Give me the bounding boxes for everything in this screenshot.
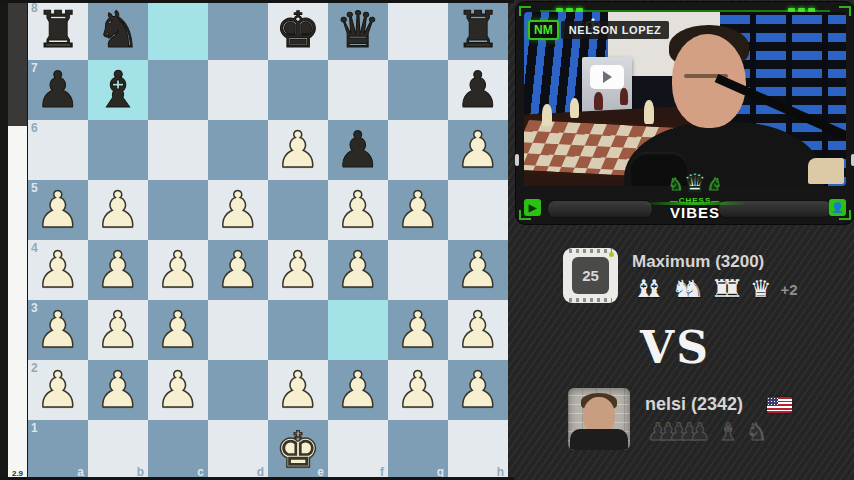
physical-piece bbox=[594, 92, 603, 110]
captured-queen-icon: ♛ bbox=[750, 276, 772, 302]
square-d7[interactable] bbox=[208, 60, 268, 120]
square-a5[interactable]: ♟5 bbox=[28, 180, 88, 240]
captured-knight-icon: ♞ bbox=[683, 276, 705, 302]
square-e6[interactable]: ♟ bbox=[268, 120, 328, 180]
white-pawn: ♟ bbox=[336, 180, 381, 240]
black-rook: ♜ bbox=[456, 0, 501, 60]
frame-side-tick bbox=[515, 154, 519, 166]
white-pawn: ♟ bbox=[396, 180, 441, 240]
us-flag-icon bbox=[767, 397, 792, 413]
square-g2[interactable]: ♟ bbox=[388, 360, 448, 420]
physical-piece bbox=[620, 88, 628, 105]
square-e4[interactable]: ♟ bbox=[268, 240, 328, 300]
square-e7[interactable] bbox=[268, 60, 328, 120]
frame-bottom-bar: ▶ 👤 ♞♛♞ —CHESS— VIBES bbox=[516, 198, 854, 218]
white-pawn: ♟ bbox=[36, 240, 81, 300]
square-c4[interactable]: ♟ bbox=[148, 240, 208, 300]
bottom-bar-left bbox=[547, 200, 653, 218]
square-b5[interactable]: ♟ bbox=[88, 180, 148, 240]
rank-label-6: 6 bbox=[31, 121, 38, 135]
black-bishop: ♝ bbox=[96, 60, 141, 120]
square-d1[interactable]: d bbox=[208, 420, 268, 480]
square-e1[interactable]: ♚e bbox=[268, 420, 328, 480]
square-h5[interactable] bbox=[448, 180, 508, 240]
square-g8[interactable] bbox=[388, 0, 448, 60]
white-pawn: ♟ bbox=[456, 360, 501, 420]
square-c7[interactable] bbox=[148, 60, 208, 120]
square-h3[interactable]: ♟ bbox=[448, 300, 508, 360]
engine-avatar-label: 25 bbox=[572, 257, 609, 294]
square-c2[interactable]: ♟ bbox=[148, 360, 208, 420]
knight-icon: ♞ bbox=[707, 176, 722, 193]
white-pawn: ♟ bbox=[276, 240, 321, 300]
white-pawn: ♟ bbox=[36, 300, 81, 360]
material-advantage: +2 bbox=[781, 281, 798, 298]
square-b3[interactable]: ♟ bbox=[88, 300, 148, 360]
engine-avatar[interactable]: 25 bbox=[563, 248, 618, 303]
black-king: ♚ bbox=[276, 0, 321, 60]
square-b6[interactable] bbox=[88, 120, 148, 180]
black-pawn: ♟ bbox=[336, 120, 381, 180]
black-rook: ♜ bbox=[36, 0, 81, 60]
bottom-player-name: nelsi (2342) bbox=[645, 394, 743, 415]
white-pawn: ♟ bbox=[216, 180, 261, 240]
square-c6[interactable] bbox=[148, 120, 208, 180]
square-f4[interactable]: ♟ bbox=[328, 240, 388, 300]
square-g1[interactable]: g bbox=[388, 420, 448, 480]
square-b8[interactable]: ♞ bbox=[88, 0, 148, 60]
white-pawn: ♟ bbox=[96, 180, 141, 240]
square-c5[interactable] bbox=[148, 180, 208, 240]
square-f5[interactable]: ♟ bbox=[328, 180, 388, 240]
avatar-shirt bbox=[570, 429, 628, 450]
square-a1[interactable]: 1a bbox=[28, 420, 88, 480]
square-e8[interactable]: ♚ bbox=[268, 0, 328, 60]
captured-rook-icon: ♜ bbox=[722, 276, 744, 302]
bottom-captured-pieces: ♟♟♟♟♟♝♞ bbox=[647, 418, 768, 446]
white-pawn: ♟ bbox=[96, 240, 141, 300]
square-g6[interactable] bbox=[388, 120, 448, 180]
chess-vibes-logo: ♞♛♞ —CHESS— VIBES bbox=[657, 170, 733, 221]
top-captured-pieces: ♝♝♞♞♜♜♛+2 bbox=[633, 276, 798, 302]
streamer-name: NELSON LOPEZ bbox=[561, 21, 670, 39]
square-h6[interactable]: ♟ bbox=[448, 120, 508, 180]
square-b4[interactable]: ♟ bbox=[88, 240, 148, 300]
armrest bbox=[808, 158, 844, 184]
square-e2[interactable]: ♟ bbox=[268, 360, 328, 420]
square-b7[interactable]: ♝ bbox=[88, 60, 148, 120]
youtube-play-icon bbox=[590, 65, 624, 89]
bottom-player-avatar[interactable] bbox=[568, 388, 630, 450]
square-f8[interactable]: ♛ bbox=[328, 0, 388, 60]
square-h4[interactable]: ♟ bbox=[448, 240, 508, 300]
app-window: 2.9 ♜8♞♚♛♜♟7♝♟6♟♟♟♟5♟♟♟♟♟4♟♟♟♟♟♟♟3♟♟♟♟♟2… bbox=[0, 0, 854, 480]
evaluation-bar-white-section: 2.9 bbox=[8, 126, 27, 480]
person-icon: 👤 bbox=[829, 199, 846, 216]
white-pawn: ♟ bbox=[156, 300, 201, 360]
physical-piece bbox=[542, 104, 552, 126]
rank-label-4: 4 bbox=[31, 241, 38, 255]
evaluation-bar: 2.9 bbox=[8, 0, 27, 480]
square-a4[interactable]: ♟4 bbox=[28, 240, 88, 300]
square-h8[interactable]: ♜ bbox=[448, 0, 508, 60]
captured-bishop-icon: ♝ bbox=[718, 418, 740, 446]
chip-pins bbox=[569, 298, 612, 302]
vs-label: VS bbox=[600, 322, 750, 373]
black-knight: ♞ bbox=[96, 0, 141, 60]
white-pawn: ♟ bbox=[456, 240, 501, 300]
white-pawn: ♟ bbox=[396, 360, 441, 420]
square-f6[interactable]: ♟ bbox=[328, 120, 388, 180]
chess-board[interactable]: ♜8♞♚♛♜♟7♝♟6♟♟♟♟5♟♟♟♟♟4♟♟♟♟♟♟♟3♟♟♟♟♟2♟♟♟♟… bbox=[28, 0, 508, 480]
rank-label-1: 1 bbox=[31, 421, 38, 435]
white-pawn: ♟ bbox=[36, 360, 81, 420]
window-top-edge bbox=[0, 0, 514, 3]
square-b1[interactable]: b bbox=[88, 420, 148, 480]
square-d3[interactable] bbox=[208, 300, 268, 360]
square-a6[interactable]: 6 bbox=[28, 120, 88, 180]
physical-piece bbox=[644, 100, 654, 124]
square-h1[interactable]: h bbox=[448, 420, 508, 480]
square-h2[interactable]: ♟ bbox=[448, 360, 508, 420]
white-king: ♚ bbox=[276, 420, 321, 480]
square-g4[interactable] bbox=[388, 240, 448, 300]
rank-label-2: 2 bbox=[31, 361, 38, 375]
top-player-name: Maximum (3200) bbox=[632, 252, 764, 272]
square-a7[interactable]: ♟7 bbox=[28, 60, 88, 120]
white-pawn: ♟ bbox=[336, 360, 381, 420]
white-pawn: ♟ bbox=[396, 300, 441, 360]
captured-bishop-icon: ♝ bbox=[644, 276, 666, 302]
streamer-title-row: NM NELSON LOPEZ bbox=[528, 20, 669, 40]
white-pawn: ♟ bbox=[96, 300, 141, 360]
eval-gutter: 2.9 bbox=[0, 0, 28, 480]
leaf-icon: ▶ bbox=[524, 199, 541, 216]
engine-status-dot bbox=[609, 252, 614, 257]
white-pawn: ♟ bbox=[216, 240, 261, 300]
square-g3[interactable]: ♟ bbox=[388, 300, 448, 360]
logo-text-vibes: VIBES bbox=[657, 204, 733, 221]
rank-label-3: 3 bbox=[31, 301, 38, 315]
square-a2[interactable]: ♟2 bbox=[28, 360, 88, 420]
captured-pawn-icon: ♟ bbox=[689, 418, 711, 446]
white-pawn: ♟ bbox=[276, 120, 321, 180]
square-a8[interactable]: ♜8 bbox=[28, 0, 88, 60]
physical-piece bbox=[570, 98, 579, 118]
square-f2[interactable]: ♟ bbox=[328, 360, 388, 420]
queen-icon: ♛ bbox=[683, 168, 706, 198]
flag-canton bbox=[767, 397, 778, 406]
square-d4[interactable]: ♟ bbox=[208, 240, 268, 300]
square-e3[interactable] bbox=[268, 300, 328, 360]
knight-icon: ♞ bbox=[668, 174, 683, 194]
white-pawn: ♟ bbox=[36, 180, 81, 240]
nm-title-badge: NM bbox=[528, 20, 559, 40]
rank-label-5: 5 bbox=[31, 181, 38, 195]
webcam-frame: ♔ ♗ bbox=[516, 2, 854, 224]
white-pawn: ♟ bbox=[456, 120, 501, 180]
square-b2[interactable]: ♟ bbox=[88, 360, 148, 420]
square-h7[interactable]: ♟ bbox=[448, 60, 508, 120]
black-queen: ♛ bbox=[336, 0, 381, 60]
square-a3[interactable]: ♟3 bbox=[28, 300, 88, 360]
square-d8[interactable] bbox=[208, 0, 268, 60]
square-d5[interactable]: ♟ bbox=[208, 180, 268, 240]
white-pawn: ♟ bbox=[456, 300, 501, 360]
square-f3[interactable] bbox=[328, 300, 388, 360]
square-d6[interactable] bbox=[208, 120, 268, 180]
square-e5[interactable] bbox=[268, 180, 328, 240]
square-g7[interactable] bbox=[388, 60, 448, 120]
black-pawn: ♟ bbox=[36, 60, 81, 120]
captured-knight-icon: ♞ bbox=[746, 418, 768, 446]
square-g5[interactable]: ♟ bbox=[388, 180, 448, 240]
square-d2[interactable] bbox=[208, 360, 268, 420]
black-pawn: ♟ bbox=[456, 60, 501, 120]
square-f7[interactable] bbox=[328, 60, 388, 120]
logo-glow bbox=[643, 202, 747, 205]
white-pawn: ♟ bbox=[336, 240, 381, 300]
rank-label-8: 8 bbox=[31, 1, 38, 15]
white-pawn: ♟ bbox=[276, 360, 321, 420]
square-c3[interactable]: ♟ bbox=[148, 300, 208, 360]
square-c1[interactable]: c bbox=[148, 420, 208, 480]
chip-pins bbox=[569, 249, 612, 253]
white-pawn: ♟ bbox=[96, 360, 141, 420]
square-c8[interactable] bbox=[148, 0, 208, 60]
rank-label-7: 7 bbox=[31, 61, 38, 75]
white-pawn: ♟ bbox=[156, 240, 201, 300]
square-f1[interactable]: f bbox=[328, 420, 388, 480]
white-pawn: ♟ bbox=[156, 360, 201, 420]
